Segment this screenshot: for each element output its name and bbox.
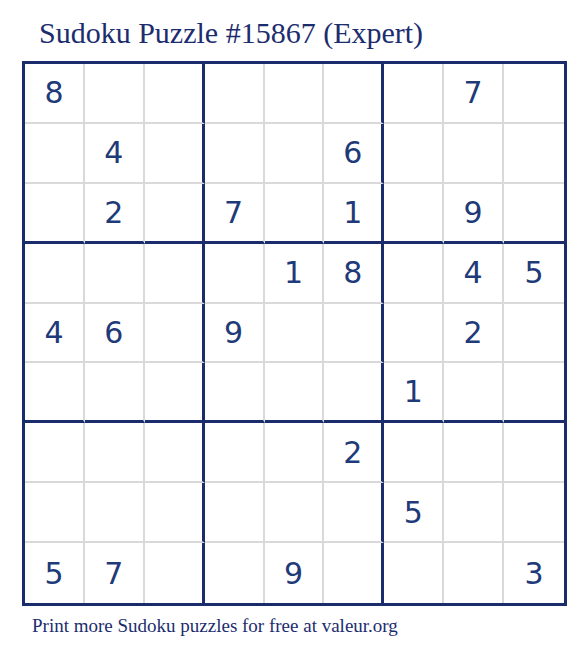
cell-r6c5 bbox=[265, 363, 325, 423]
cell-r5c3 bbox=[145, 304, 205, 364]
cell-r4c4 bbox=[205, 244, 265, 304]
cell-r3c7 bbox=[384, 184, 444, 244]
cell-r7c2 bbox=[85, 423, 145, 483]
cell-r2c2: 4 bbox=[85, 124, 145, 184]
cell-r6c1 bbox=[25, 363, 85, 423]
cell-r9c2: 7 bbox=[85, 543, 145, 603]
cell-r5c4: 9 bbox=[205, 304, 265, 364]
cell-r1c9 bbox=[504, 64, 564, 124]
cell-r9c1: 5 bbox=[25, 543, 85, 603]
cell-r6c8 bbox=[444, 363, 504, 423]
cell-r8c8 bbox=[444, 483, 504, 543]
cell-r9c5: 9 bbox=[265, 543, 325, 603]
cell-r7c6: 2 bbox=[324, 423, 384, 483]
cell-r6c7: 1 bbox=[384, 363, 444, 423]
footer-text: Print more Sudoku puzzles for free at va… bbox=[32, 615, 398, 637]
cell-r3c6: 1 bbox=[324, 184, 384, 244]
cell-r6c2 bbox=[85, 363, 145, 423]
cell-r2c9 bbox=[504, 124, 564, 184]
cell-r1c8: 7 bbox=[444, 64, 504, 124]
cell-r6c9 bbox=[504, 363, 564, 423]
cell-r2c8 bbox=[444, 124, 504, 184]
cell-r9c6 bbox=[324, 543, 384, 603]
cell-r9c4 bbox=[205, 543, 265, 603]
cell-r2c3 bbox=[145, 124, 205, 184]
cell-r8c3 bbox=[145, 483, 205, 543]
cell-r4c5: 1 bbox=[265, 244, 325, 304]
cell-r1c1: 8 bbox=[25, 64, 85, 124]
cell-r5c1: 4 bbox=[25, 304, 85, 364]
cell-r3c1 bbox=[25, 184, 85, 244]
cell-r7c4 bbox=[205, 423, 265, 483]
cell-r2c4 bbox=[205, 124, 265, 184]
cell-r2c5 bbox=[265, 124, 325, 184]
cell-r3c4: 7 bbox=[205, 184, 265, 244]
cell-r1c3 bbox=[145, 64, 205, 124]
cell-r1c4 bbox=[205, 64, 265, 124]
sudoku-board: 87462719184546921255793 bbox=[22, 61, 567, 606]
cell-r7c8 bbox=[444, 423, 504, 483]
cell-r1c5 bbox=[265, 64, 325, 124]
cell-r3c8: 9 bbox=[444, 184, 504, 244]
cell-r9c7 bbox=[384, 543, 444, 603]
cell-r4c2 bbox=[85, 244, 145, 304]
page: Sudoku Puzzle #15867 (Expert) 8746271918… bbox=[0, 0, 580, 651]
cell-r4c6: 8 bbox=[324, 244, 384, 304]
cell-r5c9 bbox=[504, 304, 564, 364]
cell-r6c6 bbox=[324, 363, 384, 423]
cell-r2c6: 6 bbox=[324, 124, 384, 184]
cell-r7c7 bbox=[384, 423, 444, 483]
cell-r7c5 bbox=[265, 423, 325, 483]
cell-r4c9: 5 bbox=[504, 244, 564, 304]
cell-r3c9 bbox=[504, 184, 564, 244]
cell-r4c8: 4 bbox=[444, 244, 504, 304]
cell-r5c8: 2 bbox=[444, 304, 504, 364]
puzzle-title: Sudoku Puzzle #15867 (Expert) bbox=[39, 16, 423, 50]
cell-r9c9: 3 bbox=[504, 543, 564, 603]
cell-r8c7: 5 bbox=[384, 483, 444, 543]
cell-r7c1 bbox=[25, 423, 85, 483]
cell-r7c3 bbox=[145, 423, 205, 483]
cell-r9c8 bbox=[444, 543, 504, 603]
cell-r7c9 bbox=[504, 423, 564, 483]
cell-r6c3 bbox=[145, 363, 205, 423]
cell-r6c4 bbox=[205, 363, 265, 423]
cell-r9c3 bbox=[145, 543, 205, 603]
cell-r8c4 bbox=[205, 483, 265, 543]
cell-r8c9 bbox=[504, 483, 564, 543]
cell-r4c7 bbox=[384, 244, 444, 304]
cell-r2c1 bbox=[25, 124, 85, 184]
cell-r1c7 bbox=[384, 64, 444, 124]
cell-r5c6 bbox=[324, 304, 384, 364]
cell-r5c2: 6 bbox=[85, 304, 145, 364]
cell-r8c6 bbox=[324, 483, 384, 543]
cell-r3c2: 2 bbox=[85, 184, 145, 244]
cell-r3c5 bbox=[265, 184, 325, 244]
cell-r5c7 bbox=[384, 304, 444, 364]
cell-r2c7 bbox=[384, 124, 444, 184]
cell-r8c1 bbox=[25, 483, 85, 543]
cell-r4c1 bbox=[25, 244, 85, 304]
cell-r4c3 bbox=[145, 244, 205, 304]
cell-r5c5 bbox=[265, 304, 325, 364]
cell-r1c6 bbox=[324, 64, 384, 124]
cell-r1c2 bbox=[85, 64, 145, 124]
cell-r8c5 bbox=[265, 483, 325, 543]
cell-r3c3 bbox=[145, 184, 205, 244]
cell-r8c2 bbox=[85, 483, 145, 543]
